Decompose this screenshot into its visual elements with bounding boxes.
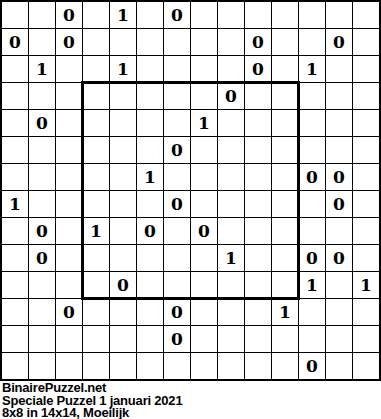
cell-r11-c6-given-0: 0 [164, 299, 190, 325]
cell-r10-c12[interactable] [326, 272, 352, 298]
cell-r12-c9[interactable] [245, 326, 271, 352]
cell-r4-c7-given-1: 1 [191, 110, 217, 136]
cell-r10-c11-given-1: 1 [299, 272, 325, 298]
cell-r10-c1[interactable] [29, 272, 55, 298]
cell-r5-c12[interactable] [326, 137, 352, 163]
cell-r5-c13[interactable] [353, 137, 379, 163]
cell-r13-c6[interactable] [164, 353, 190, 379]
cell-r6-c3[interactable] [83, 164, 109, 190]
cell-r8-c4[interactable] [110, 218, 136, 244]
cell-r5-c5[interactable] [137, 137, 163, 163]
cell-r10-c6[interactable] [164, 272, 190, 298]
cell-r8-c8[interactable] [218, 218, 244, 244]
cell-r2-c12[interactable] [326, 56, 352, 82]
cell-r0-c2-given-0: 0 [56, 2, 82, 28]
cell-r8-c3-given-1: 1 [83, 218, 109, 244]
cell-r8-c11[interactable] [299, 218, 325, 244]
cell-r3-c1[interactable] [29, 83, 55, 109]
cell-r7-c5[interactable] [137, 191, 163, 217]
cell-r7-c9[interactable] [245, 191, 271, 217]
cell-r9-c5[interactable] [137, 245, 163, 271]
cell-r13-c7[interactable] [191, 353, 217, 379]
cell-r9-c0[interactable] [2, 245, 28, 271]
cell-r3-c2[interactable] [56, 83, 82, 109]
cell-r5-c11[interactable] [299, 137, 325, 163]
cell-r1-c6[interactable] [164, 29, 190, 55]
cell-r5-c4[interactable] [110, 137, 136, 163]
cell-r6-c10[interactable] [272, 164, 298, 190]
cell-r8-c13[interactable] [353, 218, 379, 244]
cell-r13-c3[interactable] [83, 353, 109, 379]
cell-r4-c6[interactable] [164, 110, 190, 136]
cell-r7-c3[interactable] [83, 191, 109, 217]
cell-r10-c5[interactable] [137, 272, 163, 298]
cell-r4-c9[interactable] [245, 110, 271, 136]
cell-r7-c11[interactable] [299, 191, 325, 217]
cell-r0-c11[interactable] [299, 2, 325, 28]
cell-r2-c5[interactable] [137, 56, 163, 82]
cell-r9-c13[interactable] [353, 245, 379, 271]
cell-r10-c13-given-1: 1 [353, 272, 379, 298]
cell-r11-c3[interactable] [83, 299, 109, 325]
cell-r9-c6[interactable] [164, 245, 190, 271]
cell-r12-c1[interactable] [29, 326, 55, 352]
cell-r3-c5[interactable] [137, 83, 163, 109]
cell-r1-c7[interactable] [191, 29, 217, 55]
cell-r6-c0[interactable] [2, 164, 28, 190]
cell-r0-c8[interactable] [218, 2, 244, 28]
cell-r9-c4[interactable] [110, 245, 136, 271]
cell-r10-c9[interactable] [245, 272, 271, 298]
cell-r3-c10[interactable] [272, 83, 298, 109]
puzzle-page: 0100000110100101001000100010001100100 Bi… [0, 0, 381, 419]
cell-r2-c1-given-1: 1 [29, 56, 55, 82]
cell-r3-c0[interactable] [2, 83, 28, 109]
cell-r6-c5-given-1: 1 [137, 164, 163, 190]
cell-r7-c6-given-0: 0 [164, 191, 190, 217]
cell-r13-c10[interactable] [272, 353, 298, 379]
cell-r4-c11[interactable] [299, 110, 325, 136]
cell-r5-c2[interactable] [56, 137, 82, 163]
cell-r1-c11[interactable] [299, 29, 325, 55]
cell-r11-c9[interactable] [245, 299, 271, 325]
cell-r12-c2[interactable] [56, 326, 82, 352]
cell-r6-c13[interactable] [353, 164, 379, 190]
cell-r7-c1[interactable] [29, 191, 55, 217]
cell-r4-c8[interactable] [218, 110, 244, 136]
cell-r2-c11-given-1: 1 [299, 56, 325, 82]
cell-r8-c7-given-0: 0 [191, 218, 217, 244]
cell-r8-c10[interactable] [272, 218, 298, 244]
cell-r6-c11-given-0: 0 [299, 164, 325, 190]
cell-r0-c7[interactable] [191, 2, 217, 28]
cell-r9-c10[interactable] [272, 245, 298, 271]
cell-r11-c11[interactable] [299, 299, 325, 325]
cell-r13-c2[interactable] [56, 353, 82, 379]
cell-r2-c4-given-1: 1 [110, 56, 136, 82]
cell-r0-c6-given-0: 0 [164, 2, 190, 28]
cell-r6-c9[interactable] [245, 164, 271, 190]
cell-r3-c11[interactable] [299, 83, 325, 109]
cell-r1-c12-given-0: 0 [326, 29, 352, 55]
cell-r0-c1[interactable] [29, 2, 55, 28]
cell-r5-c3[interactable] [83, 137, 109, 163]
cell-r13-c5[interactable] [137, 353, 163, 379]
cell-r1-c9-given-0: 0 [245, 29, 271, 55]
cell-r6-c2[interactable] [56, 164, 82, 190]
cell-r0-c9[interactable] [245, 2, 271, 28]
cell-r3-c12[interactable] [326, 83, 352, 109]
cell-r5-c1[interactable] [29, 137, 55, 163]
cell-r0-c4-given-1: 1 [110, 2, 136, 28]
cell-r5-c6-given-0: 0 [164, 137, 190, 163]
puzzle-board: 0100000110100101001000100010001100100 [0, 0, 381, 381]
cell-r5-c0[interactable] [2, 137, 28, 163]
cell-r7-c2[interactable] [56, 191, 82, 217]
cell-r4-c2[interactable] [56, 110, 82, 136]
cell-r12-c11[interactable] [299, 326, 325, 352]
cell-r11-c7[interactable] [191, 299, 217, 325]
cell-r1-c10[interactable] [272, 29, 298, 55]
cell-r8-c12[interactable] [326, 218, 352, 244]
cell-r10-c4-given-0: 0 [110, 272, 136, 298]
cell-r13-c12[interactable] [326, 353, 352, 379]
cell-r2-c13[interactable] [353, 56, 379, 82]
cell-r10-c3[interactable] [83, 272, 109, 298]
cell-r2-c9-given-0: 0 [245, 56, 271, 82]
cell-r2-c10[interactable] [272, 56, 298, 82]
cell-r7-c0-given-1: 1 [2, 191, 28, 217]
cell-r3-c8-given-0: 0 [218, 83, 244, 109]
cell-r12-c6-given-0: 0 [164, 326, 190, 352]
cell-r11-c8[interactable] [218, 299, 244, 325]
footer: BinairePuzzel.net Speciale Puzzel 1 janu… [0, 381, 381, 419]
cell-r8-c6[interactable] [164, 218, 190, 244]
cell-r11-c0[interactable] [2, 299, 28, 325]
cell-r5-c9[interactable] [245, 137, 271, 163]
cell-r2-c0[interactable] [2, 56, 28, 82]
cell-r6-c7[interactable] [191, 164, 217, 190]
cell-r3-c6[interactable] [164, 83, 190, 109]
cell-r3-c7[interactable] [191, 83, 217, 109]
cell-r0-c0[interactable] [2, 2, 28, 28]
cell-r2-c2[interactable] [56, 56, 82, 82]
cell-r5-c10[interactable] [272, 137, 298, 163]
cell-r9-c2[interactable] [56, 245, 82, 271]
cell-r6-c1[interactable] [29, 164, 55, 190]
cell-r9-c12-given-0: 0 [326, 245, 352, 271]
cell-r5-c8[interactable] [218, 137, 244, 163]
cell-r1-c4[interactable] [110, 29, 136, 55]
cell-r0-c3[interactable] [83, 2, 109, 28]
cell-r4-c0[interactable] [2, 110, 28, 136]
cell-r10-c8[interactable] [218, 272, 244, 298]
cell-r6-c6[interactable] [164, 164, 190, 190]
cell-r0-c13[interactable] [353, 2, 379, 28]
cell-r7-c10[interactable] [272, 191, 298, 217]
cell-r4-c12[interactable] [326, 110, 352, 136]
cell-r9-c3[interactable] [83, 245, 109, 271]
cell-r0-c10[interactable] [272, 2, 298, 28]
cell-r12-c8[interactable] [218, 326, 244, 352]
cell-r12-c7[interactable] [191, 326, 217, 352]
cell-r4-c13[interactable] [353, 110, 379, 136]
cell-r2-c3[interactable] [83, 56, 109, 82]
cell-r12-c5[interactable] [137, 326, 163, 352]
cell-r9-c9[interactable] [245, 245, 271, 271]
cell-r13-c1[interactable] [29, 353, 55, 379]
cell-r11-c5[interactable] [137, 299, 163, 325]
puzzle-grid: 0100000110100101001000100010001100100 [0, 0, 381, 381]
cell-r11-c13[interactable] [353, 299, 379, 325]
cell-r7-c4[interactable] [110, 191, 136, 217]
cell-r12-c10[interactable] [272, 326, 298, 352]
cell-r2-c8[interactable] [218, 56, 244, 82]
footer-info: 8x8 in 14x14, Moeilijk [2, 407, 381, 419]
cell-r7-c7[interactable] [191, 191, 217, 217]
cell-r12-c3[interactable] [83, 326, 109, 352]
cell-r7-c13[interactable] [353, 191, 379, 217]
cell-r11-c4[interactable] [110, 299, 136, 325]
cell-r6-c4[interactable] [110, 164, 136, 190]
cell-r10-c7[interactable] [191, 272, 217, 298]
cell-r7-c8[interactable] [218, 191, 244, 217]
cell-r13-c9[interactable] [245, 353, 271, 379]
cell-r12-c0[interactable] [2, 326, 28, 352]
cell-r6-c12-given-0: 0 [326, 164, 352, 190]
cell-r4-c4[interactable] [110, 110, 136, 136]
cell-r13-c0[interactable] [2, 353, 28, 379]
cell-r6-c8[interactable] [218, 164, 244, 190]
cell-r1-c0-given-0: 0 [2, 29, 28, 55]
cell-r12-c13[interactable] [353, 326, 379, 352]
cell-r3-c9[interactable] [245, 83, 271, 109]
cell-r13-c4[interactable] [110, 353, 136, 379]
cell-r10-c2[interactable] [56, 272, 82, 298]
cell-r8-c1-given-0: 0 [29, 218, 55, 244]
cell-r3-c13[interactable] [353, 83, 379, 109]
cell-r1-c13[interactable] [353, 29, 379, 55]
cell-r13-c13[interactable] [353, 353, 379, 379]
cell-r2-c7[interactable] [191, 56, 217, 82]
cell-r2-c6[interactable] [164, 56, 190, 82]
cell-r0-c5[interactable] [137, 2, 163, 28]
cell-r9-c8-given-1: 1 [218, 245, 244, 271]
cell-r13-c8[interactable] [218, 353, 244, 379]
cell-r8-c5-given-0: 0 [137, 218, 163, 244]
cell-r11-c1[interactable] [29, 299, 55, 325]
cell-r7-c12-given-0: 0 [326, 191, 352, 217]
cell-r10-c0[interactable] [2, 272, 28, 298]
cell-r13-c11-given-0: 0 [299, 353, 325, 379]
cell-r9-c11-given-0: 0 [299, 245, 325, 271]
cell-r12-c12[interactable] [326, 326, 352, 352]
cell-r1-c2-given-0: 0 [56, 29, 82, 55]
cell-r3-c4[interactable] [110, 83, 136, 109]
cell-r11-c2-given-0: 0 [56, 299, 82, 325]
cell-r8-c2[interactable] [56, 218, 82, 244]
cell-r4-c10[interactable] [272, 110, 298, 136]
cell-r8-c0[interactable] [2, 218, 28, 244]
cell-r9-c7[interactable] [191, 245, 217, 271]
cell-r1-c1[interactable] [29, 29, 55, 55]
cell-r1-c5[interactable] [137, 29, 163, 55]
cell-r12-c4[interactable] [110, 326, 136, 352]
cell-r3-c3[interactable] [83, 83, 109, 109]
cell-r1-c3[interactable] [83, 29, 109, 55]
cell-r5-c7[interactable] [191, 137, 217, 163]
cell-r11-c10-given-1: 1 [272, 299, 298, 325]
cell-r9-c1-given-0: 0 [29, 245, 55, 271]
cell-r0-c12[interactable] [326, 2, 352, 28]
cell-r4-c3[interactable] [83, 110, 109, 136]
cell-r8-c9[interactable] [245, 218, 271, 244]
cell-r4-c1-given-0: 0 [29, 110, 55, 136]
cell-r4-c5[interactable] [137, 110, 163, 136]
cell-r1-c8[interactable] [218, 29, 244, 55]
cell-r11-c12[interactable] [326, 299, 352, 325]
cell-r10-c10[interactable] [272, 272, 298, 298]
